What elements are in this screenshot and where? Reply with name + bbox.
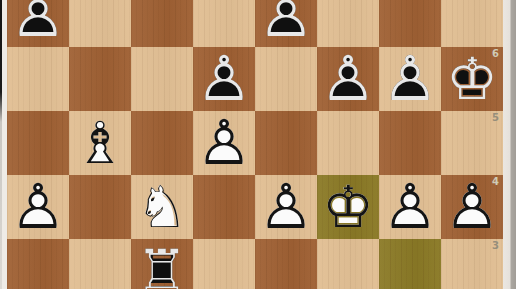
square-b5[interactable]: ♝♗ [69,111,131,175]
square-f7[interactable] [317,0,379,47]
rank-label-5: 5 [492,112,499,123]
square-h6[interactable]: ♚♔6 [441,47,503,111]
square-b7[interactable] [69,0,131,47]
white-king-piece[interactable]: ♚♔ [317,175,379,239]
white-pawn-piece[interactable]: ♟♙ [379,175,441,239]
square-e6[interactable] [255,47,317,111]
black-pawn-piece[interactable]: ♟♙ [193,47,255,111]
square-b6[interactable] [69,47,131,111]
square-a3[interactable] [7,239,69,289]
square-f6[interactable]: ♟♙ [317,47,379,111]
square-a5[interactable] [7,111,69,175]
square-c4[interactable]: ♞♘ [131,175,193,239]
black-rook-piece[interactable]: ♜♖ [131,239,193,289]
square-c5[interactable] [131,111,193,175]
black-pawn-piece[interactable]: ♟♙ [255,0,317,47]
square-h3[interactable]: 3 [441,239,503,289]
black-pawn-piece[interactable]: ♟♙ [317,47,379,111]
square-d4[interactable] [193,175,255,239]
black-pawn-piece[interactable]: ♟♙ [7,0,69,47]
square-f3[interactable] [317,239,379,289]
square-h7[interactable] [441,0,503,47]
white-pawn-piece[interactable]: ♟♙ [7,175,69,239]
square-b3[interactable] [69,239,131,289]
square-d7[interactable] [193,0,255,47]
square-f4[interactable]: ♚♔ [317,175,379,239]
square-a7[interactable]: ♟♙ [7,0,69,47]
rank-label-6: 6 [492,48,499,59]
rank-label-4: 4 [492,176,499,187]
square-g4[interactable]: ♟♙ [379,175,441,239]
square-e7[interactable]: ♟♙ [255,0,317,47]
square-h5[interactable]: 5 [441,111,503,175]
square-h4[interactable]: ♟♙4 [441,175,503,239]
square-g5[interactable] [379,111,441,175]
square-c3[interactable]: ♜♖ [131,239,193,289]
left-edge-shadow [0,0,2,289]
white-pawn-piece[interactable]: ♟♙ [255,175,317,239]
rank-label-3: 3 [492,240,499,251]
black-pawn-piece[interactable]: ♟♙ [379,47,441,111]
square-d6[interactable]: ♟♙ [193,47,255,111]
square-c6[interactable] [131,47,193,111]
white-knight-piece[interactable]: ♞♘ [131,175,193,239]
square-e5[interactable] [255,111,317,175]
square-f5[interactable] [317,111,379,175]
square-a6[interactable] [7,47,69,111]
white-pawn-piece[interactable]: ♟♙ [193,111,255,175]
square-g7[interactable] [379,0,441,47]
white-bishop-piece[interactable]: ♝♗ [69,111,131,175]
square-d3[interactable] [193,239,255,289]
chess-board: ♟♙♟♙♟♙♟♙♟♙♚♔6♝♗♟♙5♟♙♞♘♟♙♚♔♟♙♟♙4♜♖3 [7,0,503,289]
square-e4[interactable]: ♟♙ [255,175,317,239]
video-frame: ♟♙♟♙♟♙♟♙♟♙♚♔6♝♗♟♙5♟♙♞♘♟♙♚♔♟♙♟♙4♜♖3 [0,0,516,289]
square-b4[interactable] [69,175,131,239]
right-gutter [503,0,516,289]
square-a4[interactable]: ♟♙ [7,175,69,239]
square-e3[interactable] [255,239,317,289]
square-d5[interactable]: ♟♙ [193,111,255,175]
square-g3[interactable] [379,239,441,289]
square-c7[interactable] [131,0,193,47]
square-g6[interactable]: ♟♙ [379,47,441,111]
